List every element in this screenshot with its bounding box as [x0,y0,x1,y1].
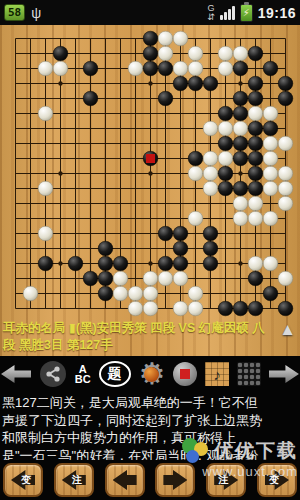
battery-charging-icon: ⚡ [240,4,253,22]
black-stone [158,91,173,106]
stones-grid-icon [237,362,261,386]
star-point [58,261,62,265]
signal-strength-icon [220,6,235,20]
abc-icon: ABC [75,364,91,384]
white-stone [188,61,203,76]
white-stone [278,166,293,181]
prev-comment-button[interactable]: 注 [54,463,94,497]
black-stone [233,151,248,166]
white-stone [188,286,203,301]
button-char: 注 [218,473,228,487]
white-stone [173,271,188,286]
black-stone [233,106,248,121]
black-stone [248,301,263,316]
white-stone [218,61,233,76]
commentary-line: 声援了下边四子，同时还起到了扩张上边黑势 [2,412,298,430]
white-stone [158,271,173,286]
network-type-icon: G⇵ [207,4,215,22]
white-stone [173,31,188,46]
toolbar: ABC 题 ⚙ ♪ [0,356,300,392]
white-stone [263,136,278,151]
white-stone [278,181,293,196]
black-stone [98,256,113,271]
left-arrowhead-icon: 注 [62,470,86,490]
white-stone [38,106,53,121]
black-stone [203,256,218,271]
white-stone [218,151,233,166]
black-stone [263,121,278,136]
black-stone [248,121,263,136]
black-stone [278,301,293,316]
black-stone [143,31,158,46]
next-variation-button[interactable]: 变 [257,463,297,497]
button-char: 变 [21,473,31,487]
next-move-button[interactable] [155,463,195,497]
black-stone [248,151,263,166]
white-stone [203,151,218,166]
app-screen: 58 ψ G⇵ ⚡ 19:16 耳赤的名局 ▮(黑)安田秀策 四段 VS 幻庵因… [0,0,300,500]
black-stone [98,286,113,301]
black-stone [248,271,263,286]
charging-bolt: ⚡ [243,7,250,18]
white-stone [218,121,233,136]
black-stone [248,181,263,196]
left-arrow-icon [1,365,31,383]
right-arrowhead-icon: 注 [214,470,238,490]
white-stone [188,166,203,181]
white-stone [128,61,143,76]
black-stone [188,151,203,166]
white-stone [38,226,53,241]
black-stone [278,76,293,91]
star-point [238,261,242,265]
button-char: 变 [269,473,279,487]
prev-move-button[interactable] [105,463,145,497]
star-point [238,171,242,175]
bottom-nav-bar: 变注注变 [0,460,300,500]
usb-icon: ψ [31,6,41,20]
black-stone [233,181,248,196]
black-stone [173,226,188,241]
black-stone [203,241,218,256]
black-stone [263,61,278,76]
white-stone [188,301,203,316]
black-stone [188,76,203,91]
black-stone [68,256,83,271]
clock: 19:16 [258,5,296,21]
white-stone [233,196,248,211]
right-arrowhead-icon: 变 [265,470,289,490]
black-stone [98,241,113,256]
last-move-marker [146,154,155,163]
black-stone [83,61,98,76]
white-stone [38,181,53,196]
game-title-text: 耳赤的名局 ▮(黑)安田秀策 四段 VS 幻庵因硕 八段 黑胜3目 第127手 [0,318,300,354]
black-stone [248,76,263,91]
next-comment-button[interactable]: 注 [206,463,246,497]
gear-ball-icon [144,367,159,382]
white-stone [263,166,278,181]
black-stone [173,241,188,256]
black-stone [248,136,263,151]
white-stone [263,151,278,166]
white-stone [218,46,233,61]
white-stone [173,301,188,316]
white-stone [158,46,173,61]
black-stone [218,136,233,151]
star-point [58,81,62,85]
black-stone [248,91,263,106]
star-point [58,171,62,175]
white-stone [53,61,68,76]
left-arrowhead-icon: 变 [11,470,35,490]
white-stone [263,106,278,121]
black-stone [218,106,233,121]
black-stone [173,76,188,91]
black-stone [233,301,248,316]
black-stone [203,226,218,241]
go-board[interactable] [0,25,300,318]
white-stone [233,46,248,61]
black-stone [218,301,233,316]
button-char: 注 [72,473,82,487]
star-point [148,171,152,175]
network-letter: G [207,3,214,13]
problem-icon: 题 [99,361,131,387]
black-stone [158,226,173,241]
white-stone [203,166,218,181]
commentary-text: 黑127二间关，是大局观卓绝的一手！它不但 声援了下边四子，同时还起到了扩张上边… [0,392,300,462]
black-stone [53,46,68,61]
black-stone [98,271,113,286]
star-point [148,81,152,85]
star-point [238,81,242,85]
battery-percent-widget: 58 [4,4,25,21]
share-icon [39,360,67,388]
left-arrowhead-icon [113,470,137,490]
white-stone [113,271,128,286]
black-stone [218,166,233,181]
label-mode-button[interactable]: ABC [75,357,91,391]
black-stone [203,76,218,91]
white-stone [278,196,293,211]
black-stone [263,286,278,301]
settings-button[interactable]: ⚙ [138,357,165,391]
forward-arrow-button[interactable] [269,357,299,391]
white-stone [248,211,263,226]
white-stone [248,196,263,211]
white-stone [278,271,293,286]
right-arrow-icon [269,365,299,383]
white-stone [263,211,278,226]
black-stone [83,271,98,286]
white-stone [128,286,143,301]
white-stone [23,286,38,301]
white-stone [248,106,263,121]
status-bar: 58 ψ G⇵ ⚡ 19:16 [0,0,300,25]
black-stone [218,181,233,196]
white-stone [233,121,248,136]
commentary-line: 和限制白方中腹势力的作用，真可称得上 [2,429,298,447]
black-stone [143,46,158,61]
collapse-panel-button[interactable]: ▲ [279,320,296,340]
white-stone [263,256,278,271]
commentary-line: 黑127二间关，是大局观卓绝的一手！它不但 [2,394,298,412]
stop-button[interactable] [173,357,197,391]
white-stone [143,301,158,316]
problem-mode-button[interactable]: 题 [99,357,131,391]
white-stone [278,136,293,151]
white-stone [113,286,128,301]
black-stone [113,256,128,271]
board-note-icon: ♪ [205,362,229,386]
white-stone [263,181,278,196]
white-stone [188,211,203,226]
star-point [148,261,152,265]
stop-icon [173,362,197,386]
black-stone [233,61,248,76]
white-stone [188,46,203,61]
right-arrowhead-icon [163,470,187,490]
black-stone [158,256,173,271]
black-stone [278,91,293,106]
black-stone [143,61,158,76]
black-stone [173,256,188,271]
white-stone [38,61,53,76]
white-stone [143,271,158,286]
back-arrow-button[interactable] [1,357,31,391]
black-stone [83,91,98,106]
white-stone [173,61,188,76]
black-stone [233,136,248,151]
black-stone [38,256,53,271]
white-stone [233,211,248,226]
black-stone [248,46,263,61]
white-stone [143,286,158,301]
white-stone [248,256,263,271]
white-stone [158,31,173,46]
share-button[interactable] [39,357,67,391]
black-stone [248,166,263,181]
black-stone [158,61,173,76]
pattern-button[interactable] [237,357,261,391]
prev-variation-button[interactable]: 变 [3,463,43,497]
sound-board-button[interactable]: ♪ [205,357,229,391]
game-info-bar: 耳赤的名局 ▮(黑)安田秀策 四段 VS 幻庵因硕 八段 黑胜3目 第127手 … [0,318,300,356]
black-stone [233,91,248,106]
white-stone [203,181,218,196]
white-stone [128,301,143,316]
white-stone [203,121,218,136]
